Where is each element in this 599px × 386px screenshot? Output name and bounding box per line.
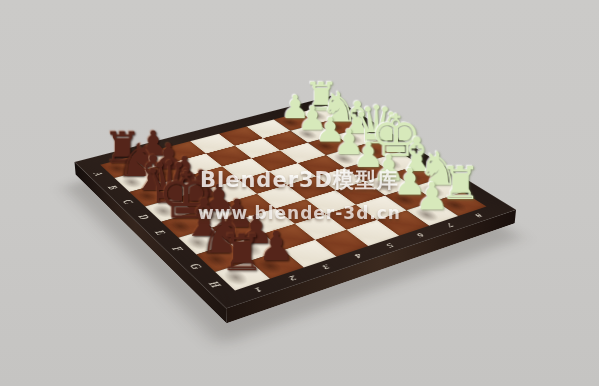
piece-dark-rook: ♜ xyxy=(202,227,282,277)
chess-product-photo: ♜♞♝♛♚♝♞♜♟♟♟♟♟♟♟♟♟♟♟♟♟♟♟♟♜♞♝♛♚♝♞♜ ABCDEFG… xyxy=(0,0,599,386)
chess-board: ♜♞♝♛♚♝♞♜♟♟♟♟♟♟♟♟♟♟♟♟♟♟♟♟♜♞♝♛♚♝♞♜ ABCDEFG… xyxy=(75,96,517,309)
piece-light-pawn: ♟ xyxy=(396,178,469,216)
